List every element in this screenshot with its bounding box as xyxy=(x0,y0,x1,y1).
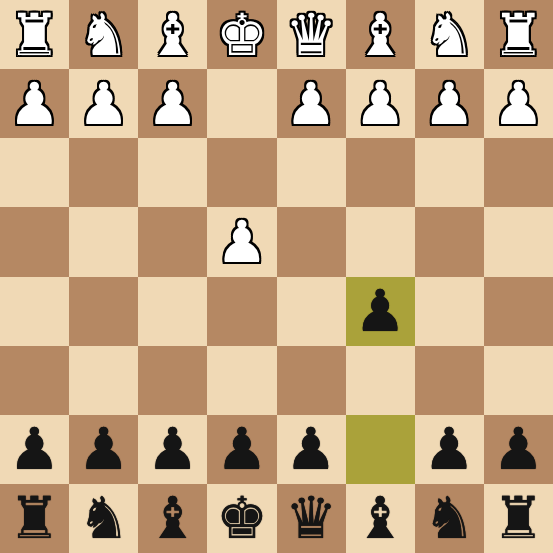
square-f4[interactable] xyxy=(138,207,207,276)
square-h6[interactable] xyxy=(0,346,69,415)
square-g7[interactable]: ♟ xyxy=(69,415,138,484)
piece-white-pawn[interactable]: ♟ xyxy=(216,213,268,271)
square-b4[interactable] xyxy=(415,207,484,276)
square-h5[interactable] xyxy=(0,277,69,346)
square-g1[interactable]: ♞ xyxy=(69,0,138,69)
chess-board: ♜♞♝♚♛♝♞♜♟♟♟♟♟♟♟♟♟♟♟♟♟♟♟♟♜♞♝♚♛♝♞♜ xyxy=(0,0,553,553)
piece-black-pawn[interactable]: ♟ xyxy=(285,420,337,478)
piece-black-bishop[interactable]: ♝ xyxy=(354,489,406,547)
square-f7[interactable]: ♟ xyxy=(138,415,207,484)
square-a8[interactable]: ♜ xyxy=(484,484,553,553)
piece-white-knight[interactable]: ♞ xyxy=(423,6,475,64)
square-c5[interactable]: ♟ xyxy=(346,277,415,346)
square-c8[interactable]: ♝ xyxy=(346,484,415,553)
square-f5[interactable] xyxy=(138,277,207,346)
square-c7[interactable] xyxy=(346,415,415,484)
square-b3[interactable] xyxy=(415,138,484,207)
square-c2[interactable]: ♟ xyxy=(346,69,415,138)
square-g8[interactable]: ♞ xyxy=(69,484,138,553)
square-h2[interactable]: ♟ xyxy=(0,69,69,138)
piece-white-pawn[interactable]: ♟ xyxy=(78,75,130,133)
square-a5[interactable] xyxy=(484,277,553,346)
square-a6[interactable] xyxy=(484,346,553,415)
square-h8[interactable]: ♜ xyxy=(0,484,69,553)
piece-black-queen[interactable]: ♛ xyxy=(285,489,337,547)
square-d3[interactable] xyxy=(277,138,346,207)
square-e7[interactable]: ♟ xyxy=(207,415,276,484)
piece-black-pawn[interactable]: ♟ xyxy=(216,420,268,478)
piece-black-rook[interactable]: ♜ xyxy=(9,489,61,547)
piece-black-pawn[interactable]: ♟ xyxy=(78,420,130,478)
piece-black-pawn[interactable]: ♟ xyxy=(354,282,406,340)
piece-black-king[interactable]: ♚ xyxy=(216,489,268,547)
square-d8[interactable]: ♛ xyxy=(277,484,346,553)
piece-black-knight[interactable]: ♞ xyxy=(423,489,475,547)
square-e6[interactable] xyxy=(207,346,276,415)
square-e8[interactable]: ♚ xyxy=(207,484,276,553)
piece-white-pawn[interactable]: ♟ xyxy=(492,75,544,133)
piece-white-pawn[interactable]: ♟ xyxy=(147,75,199,133)
piece-white-king[interactable]: ♚ xyxy=(216,6,268,64)
square-c4[interactable] xyxy=(346,207,415,276)
square-g4[interactable] xyxy=(69,207,138,276)
piece-black-pawn[interactable]: ♟ xyxy=(147,420,199,478)
piece-white-pawn[interactable]: ♟ xyxy=(285,75,337,133)
piece-black-pawn[interactable]: ♟ xyxy=(423,420,475,478)
square-b5[interactable] xyxy=(415,277,484,346)
square-d2[interactable]: ♟ xyxy=(277,69,346,138)
square-d6[interactable] xyxy=(277,346,346,415)
piece-white-queen[interactable]: ♛ xyxy=(285,6,337,64)
square-e4[interactable]: ♟ xyxy=(207,207,276,276)
square-b6[interactable] xyxy=(415,346,484,415)
square-f2[interactable]: ♟ xyxy=(138,69,207,138)
piece-white-knight[interactable]: ♞ xyxy=(78,6,130,64)
square-h1[interactable]: ♜ xyxy=(0,0,69,69)
square-a1[interactable]: ♜ xyxy=(484,0,553,69)
square-g3[interactable] xyxy=(69,138,138,207)
square-a3[interactable] xyxy=(484,138,553,207)
square-e5[interactable] xyxy=(207,277,276,346)
square-f8[interactable]: ♝ xyxy=(138,484,207,553)
square-c1[interactable]: ♝ xyxy=(346,0,415,69)
piece-black-pawn[interactable]: ♟ xyxy=(492,420,544,478)
piece-white-pawn[interactable]: ♟ xyxy=(423,75,475,133)
square-g2[interactable]: ♟ xyxy=(69,69,138,138)
piece-white-pawn[interactable]: ♟ xyxy=(9,75,61,133)
square-d7[interactable]: ♟ xyxy=(277,415,346,484)
square-c6[interactable] xyxy=(346,346,415,415)
piece-white-bishop[interactable]: ♝ xyxy=(354,6,406,64)
piece-black-knight[interactable]: ♞ xyxy=(78,489,130,547)
piece-white-rook[interactable]: ♜ xyxy=(9,6,61,64)
square-f3[interactable] xyxy=(138,138,207,207)
square-d4[interactable] xyxy=(277,207,346,276)
square-b7[interactable]: ♟ xyxy=(415,415,484,484)
square-d1[interactable]: ♛ xyxy=(277,0,346,69)
piece-black-bishop[interactable]: ♝ xyxy=(147,489,199,547)
square-g6[interactable] xyxy=(69,346,138,415)
square-h3[interactable] xyxy=(0,138,69,207)
square-f1[interactable]: ♝ xyxy=(138,0,207,69)
square-b1[interactable]: ♞ xyxy=(415,0,484,69)
square-h4[interactable] xyxy=(0,207,69,276)
square-c3[interactable] xyxy=(346,138,415,207)
piece-black-pawn[interactable]: ♟ xyxy=(9,420,61,478)
square-a4[interactable] xyxy=(484,207,553,276)
square-e3[interactable] xyxy=(207,138,276,207)
square-h7[interactable]: ♟ xyxy=(0,415,69,484)
square-a7[interactable]: ♟ xyxy=(484,415,553,484)
piece-white-pawn[interactable]: ♟ xyxy=(354,75,406,133)
square-e2[interactable] xyxy=(207,69,276,138)
square-b2[interactable]: ♟ xyxy=(415,69,484,138)
piece-white-rook[interactable]: ♜ xyxy=(492,6,544,64)
square-a2[interactable]: ♟ xyxy=(484,69,553,138)
square-e1[interactable]: ♚ xyxy=(207,0,276,69)
square-f6[interactable] xyxy=(138,346,207,415)
square-d5[interactable] xyxy=(277,277,346,346)
piece-white-bishop[interactable]: ♝ xyxy=(147,6,199,64)
square-b8[interactable]: ♞ xyxy=(415,484,484,553)
piece-black-rook[interactable]: ♜ xyxy=(492,489,544,547)
square-g5[interactable] xyxy=(69,277,138,346)
